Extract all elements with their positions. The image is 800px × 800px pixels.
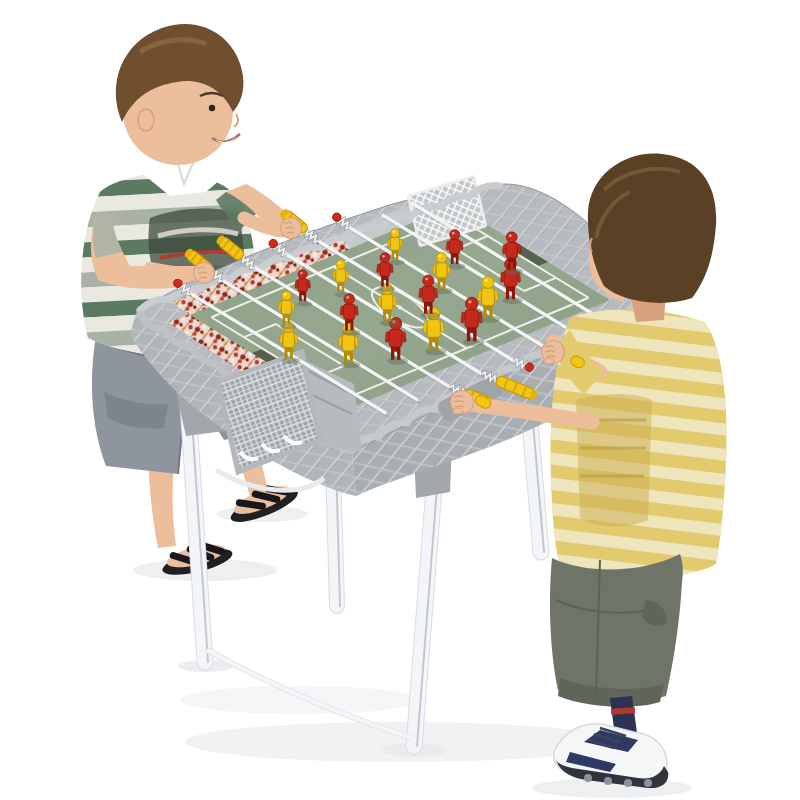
figure-arm [446, 241, 449, 250]
figure-body [427, 320, 440, 338]
right-boy-left-fist-thumb [453, 408, 463, 414]
figure-arm [338, 336, 342, 346]
shape-circle [425, 278, 428, 281]
far-cap-rod1 [174, 279, 182, 287]
photo-scene [0, 0, 800, 800]
figure-body [380, 262, 390, 276]
far-cap-rod6 [333, 213, 341, 221]
figure-head [423, 275, 434, 286]
soft-shadow [180, 686, 420, 714]
figure-body [389, 329, 402, 347]
shape-circle [452, 232, 455, 235]
left-boy-left-hand [194, 263, 215, 284]
figure-arm [279, 334, 283, 343]
figure-arm [387, 239, 390, 247]
figure-head [436, 252, 447, 263]
right-boy-hair [588, 154, 716, 303]
left-boy-right-hand [281, 218, 302, 239]
figure-body [482, 288, 495, 305]
right-boy-right-fist-thumb [544, 358, 554, 364]
figure-arm [294, 334, 298, 343]
figure-arm [500, 272, 504, 282]
figure-head [465, 297, 478, 310]
figure-arm [502, 244, 506, 254]
shape-circle [468, 300, 471, 303]
figure-shadow [297, 301, 313, 307]
leg-near-left [188, 405, 205, 662]
figure-arm [390, 264, 393, 273]
figure-shadow [379, 286, 396, 292]
shape-circle [644, 779, 652, 787]
figure-arm [307, 280, 310, 288]
figure-shadow [335, 292, 351, 298]
figure-body [342, 334, 354, 351]
figure-head [506, 232, 517, 243]
figure-head [298, 270, 307, 279]
figure-arm [346, 270, 349, 278]
figure-shadow [448, 263, 465, 269]
figure-arm [333, 270, 336, 278]
figure-arm [278, 302, 281, 310]
figure-head [391, 229, 400, 238]
figure-arm [377, 264, 380, 273]
near-cap-rod5 [525, 363, 533, 371]
shape-circle [604, 777, 612, 785]
figure-arm [291, 302, 294, 310]
figure-body [465, 310, 478, 328]
figure-body [344, 304, 355, 319]
figure-head [482, 276, 494, 288]
figure-arm [354, 336, 358, 346]
figure-arm [460, 241, 463, 250]
figure-body [281, 300, 291, 314]
figure-body [390, 237, 399, 250]
figure-body [298, 279, 308, 292]
shape-circle [584, 774, 592, 782]
left-boy-left-forearm [150, 268, 198, 275]
capri-pants [550, 554, 683, 701]
shape-circle [300, 272, 302, 274]
figure-shadow [389, 260, 404, 266]
shape-circle [382, 255, 385, 258]
figure-head [450, 230, 460, 240]
figure-head [380, 253, 390, 263]
figure-arm [295, 280, 298, 288]
figure-arm [393, 296, 397, 306]
foosball-photo [0, 0, 800, 800]
shape-circle [485, 279, 488, 282]
far-cap-rod4 [269, 239, 277, 247]
figure-body [283, 332, 294, 347]
figure-body [381, 294, 392, 310]
figure-arm [419, 288, 423, 298]
figure-head [282, 291, 292, 301]
nose [234, 114, 238, 127]
figure-body [336, 269, 346, 282]
figure-body [422, 286, 434, 302]
figure-arm [340, 306, 344, 315]
shape-circle [284, 293, 287, 296]
figure-arm [355, 306, 359, 315]
centre-spot [398, 306, 402, 310]
ear [138, 109, 154, 131]
figure-head [336, 260, 345, 269]
shape-circle [509, 234, 512, 237]
figure-arm [432, 265, 436, 274]
eye [209, 105, 215, 111]
right-boy-shoe [554, 724, 669, 788]
figure-arm [378, 296, 382, 306]
shape-circle [439, 255, 442, 258]
figure-body [436, 263, 447, 278]
figure-body [449, 239, 459, 253]
shape-circle [338, 262, 340, 264]
shape-circle [624, 779, 632, 787]
figure-arm [517, 244, 521, 254]
shape-circle [393, 231, 395, 233]
figure-body [506, 242, 517, 258]
figure-arm [400, 239, 403, 247]
figure-shadow [280, 324, 297, 330]
